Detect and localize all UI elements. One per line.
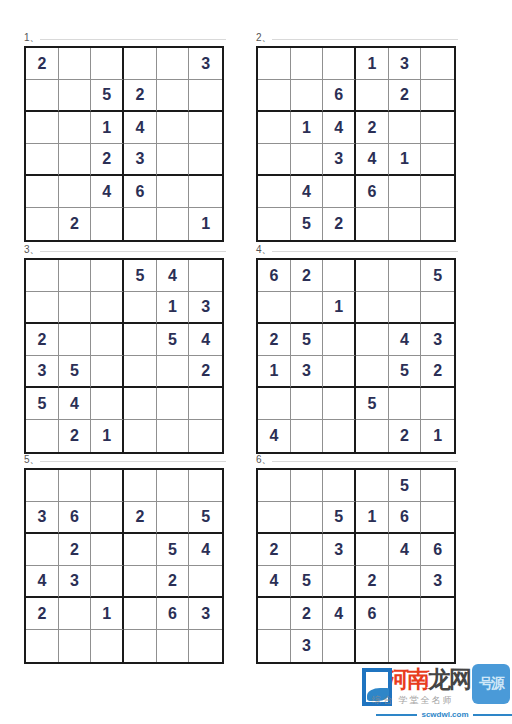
sudoku-cell-r4c4[interactable] — [356, 356, 389, 388]
sudoku-cell-r6c5[interactable] — [389, 630, 422, 662]
sudoku-cell-r4c6[interactable]: 2 — [421, 356, 454, 388]
puzzle-4-label: 4、 — [256, 244, 460, 258]
sudoku-cell-r2c6[interactable] — [421, 292, 454, 324]
sudoku-cell-r4c4[interactable] — [124, 356, 157, 388]
sudoku-cell-r6c1[interactable] — [26, 208, 59, 240]
sudoku-cell-r1c3[interactable] — [323, 260, 356, 292]
sudoku-cell-r6c5[interactable]: 2 — [389, 420, 422, 452]
sudoku-cell-r4c6[interactable]: 2 — [189, 356, 222, 388]
sudoku-cell-r3c3[interactable] — [91, 324, 124, 356]
sudoku-cell-r3c3[interactable]: 1 — [91, 112, 124, 144]
sudoku-cell-r4c5[interactable] — [389, 566, 422, 598]
sudoku-cell-r6c1[interactable] — [26, 420, 59, 452]
sudoku-cell-r1c2[interactable] — [59, 48, 92, 80]
sudoku-cell-r1c1[interactable] — [26, 260, 59, 292]
sudoku-cell-r3c5[interactable]: 4 — [389, 534, 422, 566]
sudoku-cell-r1c4[interactable] — [124, 470, 157, 502]
sudoku-cell-r5c5[interactable] — [157, 388, 190, 420]
sudoku-cell-r6c2[interactable] — [59, 630, 92, 662]
sudoku-cell-r4c4[interactable]: 2 — [356, 566, 389, 598]
sudoku-cell-r6c3[interactable] — [91, 208, 124, 240]
sudoku-cell-r1c4[interactable] — [124, 48, 157, 80]
sudoku-cell-r4c6[interactable] — [421, 144, 454, 176]
sudoku-cell-r2c4[interactable] — [356, 292, 389, 324]
sudoku-cell-r4c6[interactable] — [189, 144, 222, 176]
sudoku-cell-r4c3[interactable] — [91, 566, 124, 598]
sudoku-cell-r2c6[interactable]: 3 — [189, 292, 222, 324]
sudoku-cell-r6c3[interactable]: 2 — [323, 208, 356, 240]
sudoku-cell-r6c1[interactable] — [26, 630, 59, 662]
sudoku-cell-r5c2[interactable] — [59, 176, 92, 208]
sudoku-cell-r5c2[interactable]: 2 — [291, 598, 324, 630]
sudoku-cell-r5c4[interactable] — [124, 598, 157, 630]
sudoku-cell-r2c1[interactable] — [26, 80, 59, 112]
sudoku-cell-r2c2[interactable] — [291, 292, 324, 324]
sudoku-cell-r3c5[interactable] — [389, 112, 422, 144]
sudoku-cell-r3c6[interactable] — [421, 112, 454, 144]
sudoku-cell-r1c6[interactable] — [189, 260, 222, 292]
sudoku-cell-r1c4[interactable]: 1 — [356, 48, 389, 80]
sudoku-cell-r4c2[interactable] — [59, 144, 92, 176]
sudoku-cell-r1c1[interactable]: 2 — [26, 48, 59, 80]
sudoku-cell-r3c1[interactable] — [258, 112, 291, 144]
sudoku-cell-r6c6[interactable]: 1 — [421, 420, 454, 452]
sudoku-cell-r5c4[interactable] — [124, 388, 157, 420]
sudoku-cell-r6c6[interactable] — [189, 420, 222, 452]
sudoku-cell-r5c1[interactable] — [258, 598, 291, 630]
sudoku-cell-r6c4[interactable] — [356, 630, 389, 662]
sudoku-cell-r4c1[interactable] — [258, 144, 291, 176]
sudoku-cell-r6c3[interactable] — [323, 630, 356, 662]
sudoku-cell-r6c5[interactable] — [157, 208, 190, 240]
puzzle-1: 1、 235214234621 — [24, 32, 228, 242]
sudoku-cell-r3c4[interactable] — [124, 534, 157, 566]
puzzle-6: 6、 5516234645232463 — [256, 454, 460, 664]
sudoku-cell-r6c5[interactable] — [157, 420, 190, 452]
sudoku-cell-r1c6[interactable] — [421, 470, 454, 502]
sudoku-cell-r1c3[interactable] — [323, 48, 356, 80]
sudoku-cell-r5c3[interactable] — [91, 388, 124, 420]
sudoku-cell-r2c4[interactable] — [356, 80, 389, 112]
sudoku-cell-r6c4[interactable] — [124, 420, 157, 452]
sudoku-cell-r2c5[interactable] — [157, 502, 190, 534]
sudoku-cell-r1c3[interactable] — [91, 470, 124, 502]
sudoku-cell-r5c6[interactable]: 3 — [189, 598, 222, 630]
sudoku-cell-r2c3[interactable]: 6 — [323, 80, 356, 112]
sudoku-cell-r6c3[interactable]: 1 — [91, 420, 124, 452]
sudoku-cell-r5c6[interactable] — [189, 176, 222, 208]
sudoku-cell-r1c1[interactable] — [258, 48, 291, 80]
sudoku-cell-r3c2[interactable] — [291, 534, 324, 566]
sudoku-cell-r6c2[interactable] — [291, 420, 324, 452]
sudoku-cell-r1c5[interactable]: 3 — [389, 48, 422, 80]
sudoku-cell-r5c2[interactable]: 4 — [291, 176, 324, 208]
sudoku-cell-r2c2[interactable] — [291, 80, 324, 112]
sudoku-cell-r2c2[interactable] — [59, 292, 92, 324]
sudoku-cell-r5c3[interactable] — [323, 388, 356, 420]
sudoku-cell-r1c6[interactable]: 3 — [189, 48, 222, 80]
sudoku-cell-r4c2[interactable]: 5 — [291, 566, 324, 598]
sudoku-cell-r1c6[interactable] — [421, 48, 454, 80]
sudoku-cell-r6c4[interactable] — [356, 208, 389, 240]
sudoku-cell-r4c5[interactable] — [157, 144, 190, 176]
sudoku-cell-r4c3[interactable] — [323, 566, 356, 598]
puzzle-3-label: 3、 — [24, 244, 228, 258]
sudoku-cell-r4c5[interactable]: 5 — [389, 356, 422, 388]
sudoku-cell-r6c6[interactable]: 1 — [189, 208, 222, 240]
sudoku-cell-r1c2[interactable] — [59, 470, 92, 502]
sudoku-cell-r2c6[interactable] — [189, 80, 222, 112]
sudoku-cell-r1c1[interactable] — [26, 470, 59, 502]
sudoku-cell-r4c4[interactable]: 3 — [124, 144, 157, 176]
sudoku-cell-r3c3[interactable] — [323, 324, 356, 356]
sudoku-cell-r5c1[interactable]: 5 — [26, 388, 59, 420]
sudoku-cell-r4c5[interactable]: 2 — [157, 566, 190, 598]
sudoku-cell-r1c3[interactable] — [91, 48, 124, 80]
sudoku-cell-r1c2[interactable] — [291, 48, 324, 80]
sudoku-cell-r6c4[interactable] — [356, 420, 389, 452]
sudoku-cell-r5c3[interactable] — [323, 176, 356, 208]
sudoku-cell-r3c1[interactable]: 2 — [258, 324, 291, 356]
sudoku-cell-r3c6[interactable]: 4 — [189, 324, 222, 356]
sudoku-cell-r2c3[interactable] — [91, 502, 124, 534]
sudoku-cell-r5c2[interactable] — [59, 598, 92, 630]
sudoku-cell-r1c6[interactable]: 5 — [421, 260, 454, 292]
watermark-site-name: 河南龙网 — [386, 664, 470, 694]
sudoku-cell-r4c3[interactable]: 2 — [91, 144, 124, 176]
sudoku-cell-r3c3[interactable] — [91, 534, 124, 566]
sudoku-cell-r2c5[interactable] — [157, 80, 190, 112]
sudoku-cell-r6c2[interactable]: 5 — [291, 208, 324, 240]
sudoku-cell-r3c3[interactable]: 4 — [323, 112, 356, 144]
site-name-dark: 龙网 — [428, 666, 470, 692]
sudoku-cell-r6c1[interactable] — [258, 630, 291, 662]
sudoku-grid-4: 6251254313525421 — [256, 258, 456, 454]
sudoku-cell-r4c6[interactable]: 3 — [421, 566, 454, 598]
sudoku-cell-r2c4[interactable]: 1 — [356, 502, 389, 534]
sudoku-cell-r3c2[interactable] — [59, 112, 92, 144]
sudoku-cell-r2c3[interactable] — [91, 292, 124, 324]
watermark-url-line: scwdwl.com — [376, 710, 512, 719]
sudoku-cell-r6c4[interactable] — [124, 208, 157, 240]
sudoku-cell-r5c5[interactable] — [389, 598, 422, 630]
sudoku-cell-r4c2[interactable]: 3 — [59, 566, 92, 598]
sudoku-cell-r2c5[interactable] — [389, 292, 422, 324]
sudoku-cell-r1c5[interactable] — [157, 48, 190, 80]
sudoku-cell-r3c4[interactable]: 2 — [356, 112, 389, 144]
site-name-red: 河南 — [386, 666, 428, 692]
sudoku-cell-r3c2[interactable]: 5 — [291, 324, 324, 356]
sudoku-cell-r1c4[interactable] — [356, 470, 389, 502]
sudoku-cell-r5c6[interactable] — [189, 388, 222, 420]
sudoku-cell-r6c5[interactable] — [157, 630, 190, 662]
sudoku-cell-r4c3[interactable] — [91, 356, 124, 388]
sudoku-cell-r3c4[interactable] — [356, 534, 389, 566]
sudoku-cell-r1c2[interactable]: 2 — [291, 260, 324, 292]
sudoku-cell-r5c5[interactable] — [389, 176, 422, 208]
sudoku-cell-r3c5[interactable]: 4 — [389, 324, 422, 356]
sudoku-cell-r5c3[interactable]: 4 — [91, 176, 124, 208]
sudoku-cell-r4c1[interactable]: 3 — [26, 356, 59, 388]
sudoku-cell-r2c4[interactable] — [124, 292, 157, 324]
sudoku-cell-r6c6[interactable] — [189, 630, 222, 662]
sudoku-cell-r2c4[interactable]: 2 — [124, 80, 157, 112]
sudoku-grid-2: 13621423414652 — [256, 46, 456, 242]
sudoku-cell-r5c4[interactable]: 6 — [124, 176, 157, 208]
sudoku-cell-r1c4[interactable]: 5 — [124, 260, 157, 292]
seal-text: 号源 — [479, 675, 503, 693]
sudoku-cell-r2c1[interactable]: 3 — [26, 502, 59, 534]
watermark-seal-icon: 号源 — [472, 664, 510, 704]
sudoku-cell-r5c4[interactable]: 5 — [356, 388, 389, 420]
sudoku-cell-r2c2[interactable]: 6 — [59, 502, 92, 534]
sudoku-cell-r2c1[interactable] — [26, 292, 59, 324]
sudoku-cell-r5c1[interactable] — [26, 176, 59, 208]
sudoku-cell-r5c1[interactable] — [258, 388, 291, 420]
sudoku-cell-r6c1[interactable] — [258, 208, 291, 240]
sudoku-cell-r2c5[interactable]: 6 — [389, 502, 422, 534]
sudoku-cell-r3c5[interactable]: 5 — [157, 324, 190, 356]
sudoku-cell-r4c1[interactable]: 1 — [258, 356, 291, 388]
sudoku-cell-r3c2[interactable] — [59, 324, 92, 356]
puzzle-2-label: 2、 — [256, 32, 460, 46]
sudoku-cell-r5c1[interactable] — [258, 176, 291, 208]
sudoku-cell-r1c5[interactable] — [157, 470, 190, 502]
sudoku-cell-r5c5[interactable]: 6 — [157, 598, 190, 630]
url-dash-right — [473, 714, 512, 716]
puzzle-1-label: 1、 — [24, 32, 228, 46]
sudoku-cell-r4c1[interactable]: 4 — [258, 566, 291, 598]
sudoku-cell-r6c6[interactable] — [421, 208, 454, 240]
sudoku-cell-r2c5[interactable]: 1 — [157, 292, 190, 324]
sudoku-cell-r1c2[interactable] — [291, 470, 324, 502]
sudoku-grid-3: 54132543525421 — [24, 258, 224, 454]
sudoku-cell-r3c3[interactable]: 3 — [323, 534, 356, 566]
sudoku-cell-r3c6[interactable]: 6 — [421, 534, 454, 566]
watermark-tagline: 综合 学堂全名师 — [372, 694, 454, 707]
sudoku-cell-r3c1[interactable] — [26, 534, 59, 566]
sudoku-grid-1: 235214234621 — [24, 46, 224, 242]
sudoku-cell-r5c5[interactable] — [157, 176, 190, 208]
sudoku-cell-r5c6[interactable] — [421, 598, 454, 630]
sudoku-cell-r5c4[interactable]: 6 — [356, 176, 389, 208]
sudoku-cell-r4c3[interactable]: 3 — [323, 144, 356, 176]
sudoku-cell-r6c5[interactable] — [389, 208, 422, 240]
sudoku-cell-r1c4[interactable] — [356, 260, 389, 292]
sudoku-cell-r4c4[interactable]: 4 — [356, 144, 389, 176]
sudoku-cell-r2c2[interactable] — [291, 502, 324, 534]
sudoku-cell-r1c3[interactable] — [323, 470, 356, 502]
sudoku-cell-r2c1[interactable] — [258, 502, 291, 534]
puzzle-6-label: 6、 — [256, 454, 460, 468]
sudoku-cell-r4c2[interactable]: 5 — [59, 356, 92, 388]
sudoku-cell-r1c5[interactable]: 4 — [157, 260, 190, 292]
sudoku-cell-r3c5[interactable] — [157, 112, 190, 144]
sudoku-cell-r1c3[interactable] — [91, 260, 124, 292]
sudoku-cell-r6c2[interactable]: 2 — [59, 208, 92, 240]
sudoku-cell-r4c4[interactable] — [124, 566, 157, 598]
sudoku-cell-r3c6[interactable]: 4 — [189, 534, 222, 566]
sudoku-cell-r2c1[interactable] — [258, 80, 291, 112]
sudoku-cell-r4c5[interactable] — [157, 356, 190, 388]
sudoku-cell-r5c6[interactable] — [421, 388, 454, 420]
sudoku-cell-r1c5[interactable] — [389, 260, 422, 292]
puzzle-2: 2、 13621423414652 — [256, 32, 460, 242]
sudoku-cell-r5c6[interactable] — [421, 176, 454, 208]
sudoku-cell-r3c6[interactable]: 3 — [421, 324, 454, 356]
sudoku-cell-r3c1[interactable] — [26, 112, 59, 144]
sudoku-cell-r6c3[interactable] — [91, 630, 124, 662]
site-watermark: 河南龙网 号源 综合 学堂全名师 scwdwl.com — [362, 664, 512, 724]
sudoku-cell-r6c4[interactable] — [124, 630, 157, 662]
sudoku-cell-r2c3[interactable]: 1 — [323, 292, 356, 324]
sudoku-cell-r6c2[interactable]: 2 — [59, 420, 92, 452]
sudoku-cell-r2c5[interactable]: 2 — [389, 80, 422, 112]
sudoku-cell-r3c2[interactable]: 2 — [59, 534, 92, 566]
sudoku-cell-r5c2[interactable] — [291, 388, 324, 420]
sudoku-cell-r2c2[interactable] — [59, 80, 92, 112]
puzzle-5: 5、 36252544322163 — [24, 454, 228, 664]
puzzle-3: 3、 54132543525421 — [24, 244, 228, 454]
sudoku-cell-r3c4[interactable] — [124, 324, 157, 356]
sudoku-cell-r1c5[interactable]: 5 — [389, 470, 422, 502]
sudoku-cell-r1c1[interactable] — [258, 470, 291, 502]
sudoku-cell-r3c4[interactable] — [356, 324, 389, 356]
sudoku-cell-r2c6[interactable] — [421, 502, 454, 534]
sudoku-cell-r4c2[interactable]: 3 — [291, 356, 324, 388]
sudoku-cell-r3c1[interactable]: 2 — [26, 324, 59, 356]
sudoku-cell-r1c6[interactable] — [189, 470, 222, 502]
sudoku-cell-r4c1[interactable]: 4 — [26, 566, 59, 598]
sudoku-cell-r3c1[interactable]: 2 — [258, 534, 291, 566]
sudoku-cell-r2c3[interactable]: 5 — [323, 502, 356, 534]
sudoku-cell-r1c1[interactable]: 6 — [258, 260, 291, 292]
sudoku-cell-r3c2[interactable]: 1 — [291, 112, 324, 144]
sudoku-cell-r5c2[interactable]: 4 — [59, 388, 92, 420]
sudoku-cell-r4c2[interactable] — [291, 144, 324, 176]
sudoku-cell-r2c1[interactable] — [258, 292, 291, 324]
sudoku-cell-r6c3[interactable] — [323, 420, 356, 452]
sudoku-cell-r5c4[interactable]: 6 — [356, 598, 389, 630]
sudoku-cell-r5c3[interactable]: 4 — [323, 598, 356, 630]
sudoku-cell-r3c4[interactable]: 4 — [124, 112, 157, 144]
sudoku-cell-r4c5[interactable]: 1 — [389, 144, 422, 176]
watermark-url: scwdwl.com — [417, 710, 472, 719]
sudoku-cell-r3c5[interactable]: 5 — [157, 534, 190, 566]
sudoku-cell-r6c6[interactable] — [421, 630, 454, 662]
sudoku-cell-r1c2[interactable] — [59, 260, 92, 292]
sudoku-cell-r2c6[interactable]: 5 — [189, 502, 222, 534]
sudoku-grid-6: 5516234645232463 — [256, 468, 456, 664]
sudoku-cell-r6c1[interactable]: 4 — [258, 420, 291, 452]
sudoku-cell-r5c3[interactable]: 1 — [91, 598, 124, 630]
sudoku-cell-r2c3[interactable]: 5 — [91, 80, 124, 112]
sudoku-cell-r4c3[interactable] — [323, 356, 356, 388]
sudoku-grid-5: 36252544322163 — [24, 468, 224, 664]
puzzle-4: 4、 6251254313525421 — [256, 244, 460, 454]
sudoku-cell-r6c2[interactable]: 3 — [291, 630, 324, 662]
sudoku-cell-r3c6[interactable] — [189, 112, 222, 144]
sudoku-cell-r4c1[interactable] — [26, 144, 59, 176]
sudoku-cell-r5c5[interactable] — [389, 388, 422, 420]
puzzle-5-label: 5、 — [24, 454, 228, 468]
sudoku-cell-r5c1[interactable]: 2 — [26, 598, 59, 630]
sudoku-cell-r2c4[interactable]: 2 — [124, 502, 157, 534]
sudoku-cell-r4c6[interactable] — [189, 566, 222, 598]
url-dash-left — [376, 714, 417, 716]
sudoku-cell-r2c6[interactable] — [421, 80, 454, 112]
